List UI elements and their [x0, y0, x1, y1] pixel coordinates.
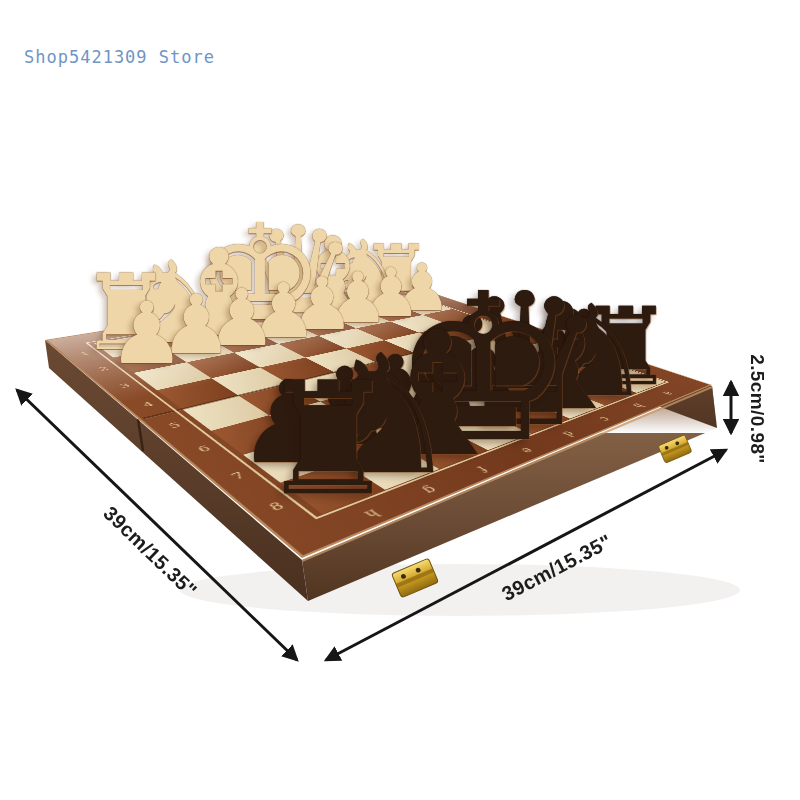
product-photo-stage: Shop5421309 Store — [0, 0, 800, 800]
dimension-label-height: 2.5cm/0.98" — [746, 354, 768, 464]
piece-white-pawn-h2[interactable]: ♟ — [108, 291, 185, 377]
piece-black-rook-h8[interactable]: ♜ — [259, 362, 398, 517]
